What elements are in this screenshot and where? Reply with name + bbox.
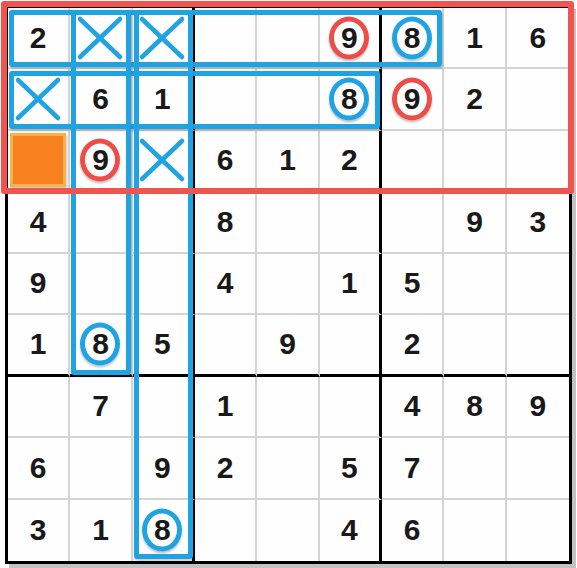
digit: 9 xyxy=(279,329,296,359)
cell-r4c8[interactable]: 9 xyxy=(444,192,506,253)
cell-r8c8[interactable] xyxy=(444,438,506,499)
cell-r8c2[interactable] xyxy=(70,438,132,499)
cell-r9c7[interactable]: 6 xyxy=(382,500,444,561)
digit: 2 xyxy=(341,145,358,175)
cell-r1c1[interactable]: 2 xyxy=(8,8,70,69)
x-mark-icon xyxy=(13,76,63,122)
digit: 6 xyxy=(92,84,109,114)
cell-r4c5[interactable] xyxy=(257,192,319,253)
cell-r5c8[interactable] xyxy=(444,254,506,315)
digit: 1 xyxy=(154,84,171,114)
digit: 1 xyxy=(217,391,234,421)
cell-r3c2[interactable]: 9 xyxy=(70,131,132,192)
digit: 9 xyxy=(92,145,109,175)
digit: 1 xyxy=(30,329,47,359)
digit: 4 xyxy=(341,515,358,545)
digit: 1 xyxy=(279,145,296,175)
cell-r3c8[interactable] xyxy=(444,131,506,192)
cell-r4c2[interactable] xyxy=(70,192,132,253)
digit: 5 xyxy=(341,453,358,483)
cell-r4c9[interactable]: 3 xyxy=(507,192,569,253)
cell-r8c1[interactable]: 6 xyxy=(8,438,70,499)
cell-r6c8[interactable] xyxy=(444,315,506,376)
x-mark-icon xyxy=(75,15,125,61)
cell-r1c8[interactable]: 1 xyxy=(444,8,506,69)
cell-r8c3[interactable]: 9 xyxy=(133,438,195,499)
cell-r5c2[interactable] xyxy=(70,254,132,315)
digit: 9 xyxy=(30,268,47,298)
cell-r6c9[interactable] xyxy=(507,315,569,376)
cell-r7c9[interactable]: 9 xyxy=(507,377,569,438)
cell-r7c8[interactable]: 8 xyxy=(444,377,506,438)
digit: 9 xyxy=(466,207,483,237)
cell-r1c6[interactable]: 9 xyxy=(320,8,382,69)
cell-r2c1[interactable] xyxy=(8,69,70,130)
cell-r2c6[interactable]: 8 xyxy=(320,69,382,130)
cell-r8c7[interactable]: 7 xyxy=(382,438,444,499)
cell-r4c7[interactable] xyxy=(382,192,444,253)
digit: 1 xyxy=(466,23,483,53)
cell-r3c3[interactable] xyxy=(133,131,195,192)
cell-r9c8[interactable] xyxy=(444,500,506,561)
cell-r9c2[interactable]: 1 xyxy=(70,500,132,561)
cell-r5c5[interactable] xyxy=(257,254,319,315)
cell-r8c5[interactable] xyxy=(257,438,319,499)
digit: 6 xyxy=(404,515,421,545)
cell-r5c3[interactable] xyxy=(133,254,195,315)
cell-r4c3[interactable] xyxy=(133,192,195,253)
cell-r5c1[interactable]: 9 xyxy=(8,254,70,315)
cell-r6c1[interactable]: 1 xyxy=(8,315,70,376)
cell-r3c4[interactable]: 6 xyxy=(195,131,257,192)
cell-r2c5[interactable] xyxy=(257,69,319,130)
cell-r3c9[interactable] xyxy=(507,131,569,192)
digit: 2 xyxy=(404,329,421,359)
cell-r1c4[interactable] xyxy=(195,8,257,69)
digit: 9 xyxy=(529,391,546,421)
cell-r9c9[interactable] xyxy=(507,500,569,561)
digit: 8 xyxy=(154,515,171,545)
digit: 7 xyxy=(404,453,421,483)
cell-r2c8[interactable]: 2 xyxy=(444,69,506,130)
sudoku-board: 2981661892961248939415185927148969257318… xyxy=(5,5,572,564)
cell-r1c2[interactable] xyxy=(70,8,132,69)
cell-r8c4[interactable]: 2 xyxy=(195,438,257,499)
digit: 8 xyxy=(92,329,109,359)
cell-r5c7[interactable]: 5 xyxy=(382,254,444,315)
digit: 7 xyxy=(92,391,109,421)
digit: 6 xyxy=(217,145,234,175)
cell-r7c4[interactable]: 1 xyxy=(195,377,257,438)
cell-r6c2[interactable]: 8 xyxy=(70,315,132,376)
x-mark-icon xyxy=(137,15,187,61)
cell-r1c7[interactable]: 8 xyxy=(382,8,444,69)
digit: 4 xyxy=(30,207,47,237)
digit: 3 xyxy=(30,515,47,545)
digit: 6 xyxy=(30,453,47,483)
digit: 9 xyxy=(404,84,421,114)
digit: 8 xyxy=(217,207,234,237)
cell-r3c6[interactable]: 2 xyxy=(320,131,382,192)
cell-r6c5[interactable]: 9 xyxy=(257,315,319,376)
digit: 4 xyxy=(404,391,421,421)
digit: 8 xyxy=(404,23,421,53)
cell-r4c6[interactable] xyxy=(320,192,382,253)
digit: 5 xyxy=(404,268,421,298)
cell-r9c6[interactable]: 4 xyxy=(320,500,382,561)
cell-r4c4[interactable]: 8 xyxy=(195,192,257,253)
cell-r6c6[interactable] xyxy=(320,315,382,376)
cell-r7c3[interactable] xyxy=(133,377,195,438)
cell-r3c1[interactable] xyxy=(8,131,70,192)
cell-r1c3[interactable] xyxy=(133,8,195,69)
digit: 8 xyxy=(341,84,358,114)
cell-r5c6[interactable]: 1 xyxy=(320,254,382,315)
cell-r9c3[interactable]: 8 xyxy=(133,500,195,561)
cell-r4c1[interactable]: 4 xyxy=(8,192,70,253)
cell-r2c4[interactable] xyxy=(195,69,257,130)
cell-r8c9[interactable] xyxy=(507,438,569,499)
cell-r2c9[interactable] xyxy=(507,69,569,130)
cell-r6c4[interactable] xyxy=(195,315,257,376)
cell-r1c5[interactable] xyxy=(257,8,319,69)
x-mark-icon xyxy=(137,137,187,183)
digit: 6 xyxy=(529,23,546,53)
cell-r6c3[interactable]: 5 xyxy=(133,315,195,376)
board-stage: 2981661892961248939415185927148969257318… xyxy=(0,0,577,568)
cell-r7c6[interactable] xyxy=(320,377,382,438)
digit: 3 xyxy=(529,207,546,237)
sudoku-grid: 2981661892961248939415185927148969257318… xyxy=(8,8,569,561)
digit: 4 xyxy=(217,268,234,298)
cell-r7c5[interactable] xyxy=(257,377,319,438)
cell-r7c1[interactable] xyxy=(8,377,70,438)
cell-r8c6[interactable]: 5 xyxy=(320,438,382,499)
digit: 5 xyxy=(154,329,171,359)
orange-cell-marker xyxy=(10,133,66,187)
digit: 2 xyxy=(217,453,234,483)
cell-r9c1[interactable]: 3 xyxy=(8,500,70,561)
cell-r5c9[interactable] xyxy=(507,254,569,315)
cell-r7c2[interactable]: 7 xyxy=(70,377,132,438)
cell-r9c5[interactable] xyxy=(257,500,319,561)
digit: 9 xyxy=(341,23,358,53)
digit: 1 xyxy=(92,515,109,545)
cell-r7c7[interactable]: 4 xyxy=(382,377,444,438)
digit: 1 xyxy=(341,268,358,298)
digit: 9 xyxy=(154,453,171,483)
digit: 8 xyxy=(466,391,483,421)
cell-r2c2[interactable]: 6 xyxy=(70,69,132,130)
cell-r2c7[interactable]: 9 xyxy=(382,69,444,130)
cell-r5c4[interactable]: 4 xyxy=(195,254,257,315)
cell-r1c9[interactable]: 6 xyxy=(507,8,569,69)
cell-r6c7[interactable]: 2 xyxy=(382,315,444,376)
cell-r9c4[interactable] xyxy=(195,500,257,561)
cell-r3c7[interactable] xyxy=(382,131,444,192)
digit: 2 xyxy=(30,23,47,53)
digit: 2 xyxy=(466,84,483,114)
cell-r2c3[interactable]: 1 xyxy=(133,69,195,130)
cell-r3c5[interactable]: 1 xyxy=(257,131,319,192)
